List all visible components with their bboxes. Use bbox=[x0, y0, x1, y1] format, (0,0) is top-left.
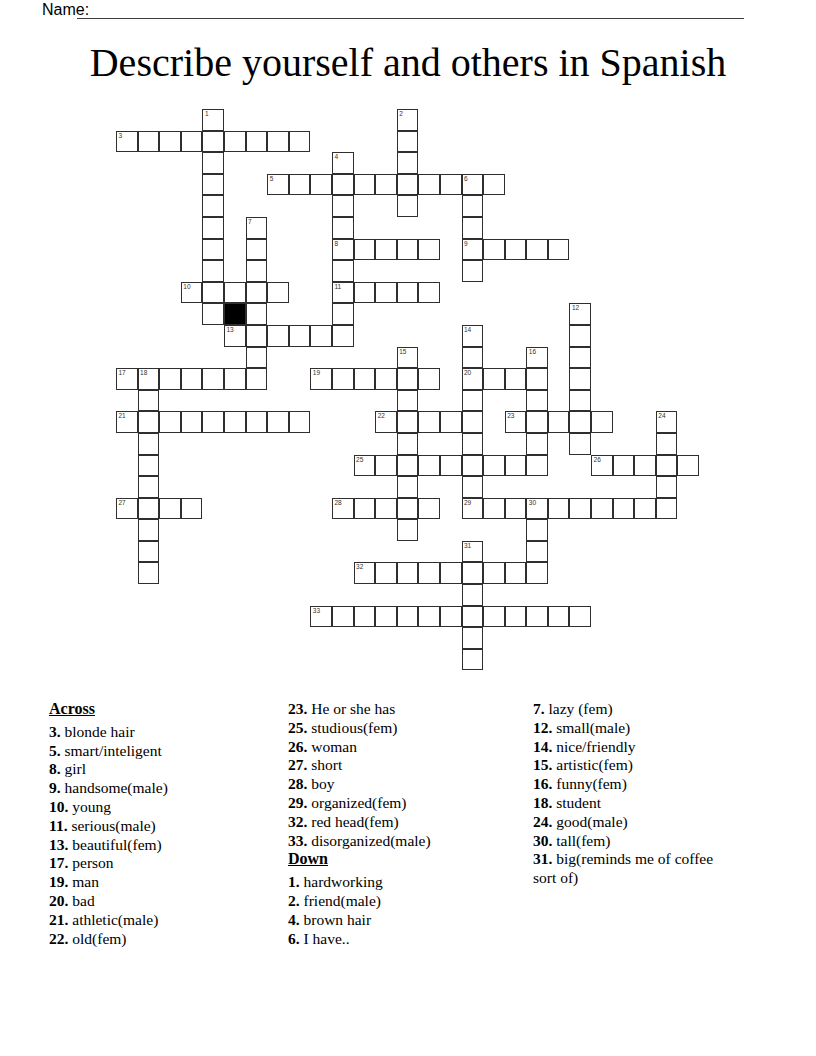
grid-cell[interactable] bbox=[483, 498, 505, 520]
grid-cell[interactable]: 11 bbox=[332, 282, 354, 304]
cell-number: 6 bbox=[464, 175, 468, 183]
grid-cell[interactable] bbox=[354, 174, 376, 196]
grid-cell[interactable]: 31 bbox=[462, 541, 484, 563]
clue-text: I have.. bbox=[300, 930, 350, 947]
grid-cell[interactable] bbox=[397, 174, 419, 196]
grid-cell[interactable] bbox=[202, 239, 224, 261]
clue-text: funny(fem) bbox=[552, 775, 626, 792]
grid-cell[interactable] bbox=[202, 303, 224, 325]
clue-item: 20. bad bbox=[49, 892, 279, 911]
cell-number: 1 bbox=[205, 110, 209, 118]
clue-text: artistic(fem) bbox=[552, 756, 632, 773]
clue-text: brown hair bbox=[300, 911, 371, 928]
clue-number: 7. bbox=[533, 700, 545, 717]
cell-number: 26 bbox=[594, 456, 601, 464]
clue-text: hardworking bbox=[300, 873, 383, 890]
grid-cell[interactable] bbox=[505, 368, 527, 390]
grid-cell[interactable] bbox=[483, 606, 505, 628]
clue-text: short bbox=[307, 756, 342, 773]
grid-cell[interactable] bbox=[332, 174, 354, 196]
clue-text: person bbox=[68, 854, 113, 871]
grid-cell[interactable] bbox=[634, 498, 656, 520]
clue-column-3: 7. lazy (fem)12. small(male)14. nice/fri… bbox=[533, 700, 738, 888]
grid-cell[interactable] bbox=[138, 455, 160, 477]
grid-cell[interactable] bbox=[375, 498, 397, 520]
cell-number: 23 bbox=[507, 412, 514, 420]
grid-cell[interactable] bbox=[656, 498, 678, 520]
grid-cell[interactable] bbox=[202, 282, 224, 304]
clue-item: 25. studious(fem) bbox=[288, 719, 526, 738]
clue-number: 17. bbox=[49, 854, 68, 871]
grid-cell[interactable]: 28 bbox=[332, 498, 354, 520]
grid-cell[interactable] bbox=[505, 239, 527, 261]
clue-item: 3. blonde hair bbox=[49, 723, 279, 742]
grid-cell[interactable] bbox=[634, 455, 656, 477]
grid-cell[interactable] bbox=[418, 239, 440, 261]
clue-text: nice/friendly bbox=[552, 738, 635, 755]
grid-cell[interactable] bbox=[289, 325, 311, 347]
grid-cell[interactable] bbox=[224, 411, 246, 433]
grid-cell[interactable] bbox=[202, 174, 224, 196]
grid-cell[interactable] bbox=[656, 455, 678, 477]
grid-cell[interactable] bbox=[332, 368, 354, 390]
grid-cell[interactable] bbox=[569, 325, 591, 347]
grid-cell[interactable]: 7 bbox=[246, 217, 268, 239]
grid-cell[interactable]: 26 bbox=[591, 455, 613, 477]
grid-cell[interactable] bbox=[418, 282, 440, 304]
clue-number: 11. bbox=[49, 817, 68, 834]
grid-cell[interactable]: 13 bbox=[224, 325, 246, 347]
grid-cell[interactable] bbox=[310, 325, 332, 347]
grid-cell[interactable] bbox=[397, 519, 419, 541]
grid-cell[interactable] bbox=[246, 282, 268, 304]
grid-cell[interactable] bbox=[159, 498, 181, 520]
cell-number: 19 bbox=[313, 369, 320, 377]
grid-cell[interactable] bbox=[462, 455, 484, 477]
grid-cell[interactable] bbox=[354, 368, 376, 390]
grid-cell[interactable] bbox=[332, 303, 354, 325]
clue-number: 3. bbox=[49, 723, 61, 740]
grid-cell[interactable]: 4 bbox=[332, 152, 354, 174]
grid-cell[interactable]: 1 bbox=[202, 109, 224, 131]
grid-cell[interactable] bbox=[181, 498, 203, 520]
grid-cell[interactable] bbox=[526, 390, 548, 412]
grid-cell[interactable] bbox=[505, 562, 527, 584]
grid-cell[interactable] bbox=[375, 455, 397, 477]
grid-cell[interactable] bbox=[375, 562, 397, 584]
grid-cell[interactable] bbox=[246, 411, 268, 433]
clue-text: serious(male) bbox=[68, 817, 156, 834]
clue-column-2: 23. He or she has25. studious(fem)26. wo… bbox=[288, 700, 526, 948]
grid-cell[interactable]: 33 bbox=[310, 606, 332, 628]
grid-cell[interactable] bbox=[375, 239, 397, 261]
grid-cell[interactable] bbox=[440, 455, 462, 477]
clue-item: 15. artistic(fem) bbox=[533, 756, 738, 775]
grid-cell[interactable] bbox=[181, 368, 203, 390]
grid-cell[interactable] bbox=[224, 282, 246, 304]
grid-cell[interactable] bbox=[462, 627, 484, 649]
grid-cell[interactable] bbox=[505, 498, 527, 520]
clue-number: 1. bbox=[288, 873, 300, 890]
grid-cell[interactable] bbox=[138, 411, 160, 433]
clue-text: good(male) bbox=[552, 813, 627, 830]
grid-cell[interactable] bbox=[202, 195, 224, 217]
grid-cell[interactable] bbox=[418, 174, 440, 196]
grid-cell[interactable] bbox=[267, 282, 289, 304]
clue-number: 31. bbox=[533, 850, 552, 867]
grid-cell[interactable] bbox=[462, 649, 484, 671]
clue-text: big(reminds me of coffee sort of) bbox=[533, 850, 713, 886]
grid-cell[interactable] bbox=[246, 260, 268, 282]
grid-cell[interactable]: 20 bbox=[462, 368, 484, 390]
grid-cell[interactable]: 14 bbox=[462, 325, 484, 347]
grid-cell[interactable] bbox=[526, 368, 548, 390]
grid-cell[interactable]: 6 bbox=[462, 174, 484, 196]
grid-cell[interactable] bbox=[462, 433, 484, 455]
grid-cell[interactable] bbox=[526, 606, 548, 628]
grid-cell[interactable] bbox=[246, 303, 268, 325]
clue-text: bad bbox=[68, 892, 94, 909]
grid-cell[interactable] bbox=[397, 433, 419, 455]
cell-number: 29 bbox=[464, 499, 471, 507]
grid-cell[interactable]: 9 bbox=[462, 239, 484, 261]
grid-cell[interactable] bbox=[159, 368, 181, 390]
grid-cell[interactable] bbox=[440, 606, 462, 628]
cell-number: 31 bbox=[464, 542, 471, 550]
clue-text: handsome(male) bbox=[61, 779, 168, 796]
grid-cell[interactable] bbox=[526, 433, 548, 455]
grid-cell[interactable] bbox=[483, 562, 505, 584]
grid-cell[interactable] bbox=[462, 411, 484, 433]
grid-cell[interactable] bbox=[483, 368, 505, 390]
grid-cell[interactable] bbox=[526, 541, 548, 563]
grid-cell[interactable]: 5 bbox=[267, 174, 289, 196]
clue-item: 10. young bbox=[49, 798, 279, 817]
grid-cell[interactable] bbox=[526, 455, 548, 477]
grid-cell[interactable] bbox=[591, 498, 613, 520]
clue-text: beautiful(fem) bbox=[68, 836, 161, 853]
grid-cell[interactable] bbox=[526, 519, 548, 541]
cell-number: 25 bbox=[356, 456, 363, 464]
grid-cell[interactable] bbox=[246, 239, 268, 261]
cell-number: 21 bbox=[119, 412, 126, 420]
black-cell bbox=[224, 303, 246, 325]
clue-text: man bbox=[68, 873, 99, 890]
worksheet-page: Name: Describe yourself and others in Sp… bbox=[0, 0, 816, 1056]
grid-cell[interactable] bbox=[138, 541, 160, 563]
cell-number: 9 bbox=[464, 240, 468, 248]
clue-text: tall(fem) bbox=[552, 832, 610, 849]
grid-cell[interactable] bbox=[332, 325, 354, 347]
grid-cell[interactable] bbox=[224, 368, 246, 390]
grid-cell[interactable] bbox=[418, 498, 440, 520]
grid-cell[interactable] bbox=[656, 433, 678, 455]
grid-cell[interactable] bbox=[354, 282, 376, 304]
grid-cell[interactable] bbox=[569, 368, 591, 390]
grid-cell[interactable] bbox=[138, 390, 160, 412]
grid-cell[interactable] bbox=[246, 325, 268, 347]
grid-cell[interactable] bbox=[397, 390, 419, 412]
puzzle-title: Describe yourself and others in Spanish bbox=[0, 42, 816, 84]
clue-number: 23. bbox=[288, 700, 307, 717]
grid-cell[interactable] bbox=[202, 260, 224, 282]
grid-cell[interactable]: 10 bbox=[181, 282, 203, 304]
clue-text: studious(fem) bbox=[307, 719, 397, 736]
grid-cell[interactable] bbox=[354, 239, 376, 261]
grid-cell[interactable] bbox=[138, 519, 160, 541]
grid-cell[interactable] bbox=[613, 498, 635, 520]
grid-cell[interactable] bbox=[181, 131, 203, 153]
clue-item: 23. He or she has bbox=[288, 700, 526, 719]
clue-item: 28. boy bbox=[288, 775, 526, 794]
grid-cell[interactable]: 3 bbox=[116, 131, 138, 153]
clue-item: 22. old(fem) bbox=[49, 930, 279, 949]
grid-cell[interactable] bbox=[397, 131, 419, 153]
grid-cell[interactable] bbox=[246, 347, 268, 369]
grid-cell[interactable] bbox=[267, 411, 289, 433]
grid-cell[interactable] bbox=[181, 411, 203, 433]
grid-cell[interactable] bbox=[418, 562, 440, 584]
grid-cell[interactable] bbox=[397, 152, 419, 174]
grid-cell[interactable]: 12 bbox=[569, 303, 591, 325]
grid-cell[interactable] bbox=[397, 239, 419, 261]
grid-cell[interactable] bbox=[138, 131, 160, 153]
grid-cell[interactable] bbox=[440, 411, 462, 433]
grid-cell[interactable] bbox=[462, 476, 484, 498]
grid-cell[interactable] bbox=[332, 195, 354, 217]
grid-cell[interactable] bbox=[397, 282, 419, 304]
cell-number: 10 bbox=[183, 283, 190, 291]
cell-number: 33 bbox=[313, 607, 320, 615]
grid-cell[interactable] bbox=[138, 562, 160, 584]
cell-number: 4 bbox=[334, 153, 338, 161]
clue-item: 26. woman bbox=[288, 738, 526, 757]
grid-cell[interactable] bbox=[656, 476, 678, 498]
grid-cell[interactable] bbox=[138, 498, 160, 520]
grid-cell[interactable] bbox=[483, 455, 505, 477]
clue-number: 8. bbox=[49, 760, 61, 777]
grid-cell[interactable]: 24 bbox=[656, 411, 678, 433]
grid-cell[interactable] bbox=[397, 368, 419, 390]
grid-cell[interactable] bbox=[677, 455, 699, 477]
clue-text: woman bbox=[307, 738, 357, 755]
grid-cell[interactable] bbox=[332, 217, 354, 239]
clue-text: young bbox=[68, 798, 111, 815]
grid-cell[interactable] bbox=[548, 498, 570, 520]
clue-text: organized(fem) bbox=[307, 794, 406, 811]
grid-cell[interactable]: 2 bbox=[397, 109, 419, 131]
grid-cell[interactable] bbox=[202, 152, 224, 174]
grid-cell[interactable] bbox=[418, 606, 440, 628]
grid-cell[interactable] bbox=[202, 368, 224, 390]
grid-cell[interactable] bbox=[202, 131, 224, 153]
grid-cell[interactable] bbox=[289, 174, 311, 196]
grid-cell[interactable] bbox=[569, 390, 591, 412]
cell-number: 16 bbox=[529, 348, 536, 356]
clue-number: 29. bbox=[288, 794, 307, 811]
grid-cell[interactable]: 22 bbox=[375, 411, 397, 433]
grid-cell[interactable] bbox=[289, 411, 311, 433]
grid-cell[interactable] bbox=[138, 476, 160, 498]
clue-text: friend(male) bbox=[300, 892, 381, 909]
clue-text: lazy (fem) bbox=[545, 700, 613, 717]
grid-cell[interactable] bbox=[397, 476, 419, 498]
clue-number: 15. bbox=[533, 756, 552, 773]
cell-number: 22 bbox=[378, 412, 385, 420]
grid-cell[interactable] bbox=[397, 562, 419, 584]
grid-cell[interactable] bbox=[310, 174, 332, 196]
grid-cell[interactable]: 30 bbox=[526, 498, 548, 520]
grid-cell[interactable] bbox=[462, 390, 484, 412]
grid-cell[interactable] bbox=[569, 411, 591, 433]
grid-cell[interactable] bbox=[613, 455, 635, 477]
grid-cell[interactable] bbox=[375, 174, 397, 196]
clue-number: 2. bbox=[288, 892, 300, 909]
grid-cell[interactable] bbox=[462, 217, 484, 239]
grid-cell[interactable] bbox=[548, 411, 570, 433]
grid-cell[interactable] bbox=[397, 606, 419, 628]
clue-text: small(male) bbox=[552, 719, 630, 736]
clue-item: 21. athletic(male) bbox=[49, 911, 279, 930]
grid-cell[interactable] bbox=[548, 606, 570, 628]
grid-cell[interactable] bbox=[267, 131, 289, 153]
clue-number: 33. bbox=[288, 832, 307, 849]
grid-cell[interactable] bbox=[462, 562, 484, 584]
cell-number: 17 bbox=[119, 369, 126, 377]
cell-number: 24 bbox=[658, 412, 665, 420]
grid-cell[interactable]: 17 bbox=[116, 368, 138, 390]
grid-cell[interactable]: 18 bbox=[138, 368, 160, 390]
cell-number: 5 bbox=[270, 175, 274, 183]
clue-item: 33. disorganized(male) bbox=[288, 832, 526, 851]
clue-item: 5. smart/inteligent bbox=[49, 742, 279, 761]
grid-cell[interactable] bbox=[375, 606, 397, 628]
grid-cell[interactable] bbox=[202, 217, 224, 239]
grid-cell[interactable] bbox=[418, 368, 440, 390]
grid-cell[interactable] bbox=[397, 411, 419, 433]
grid-cell[interactable] bbox=[483, 239, 505, 261]
grid-cell[interactable] bbox=[224, 131, 246, 153]
clue-item: 29. organized(fem) bbox=[288, 794, 526, 813]
clue-text: boy bbox=[307, 775, 334, 792]
grid-cell[interactable] bbox=[246, 368, 268, 390]
clue-item: 6. I have.. bbox=[288, 930, 526, 949]
clue-item: 30. tall(fem) bbox=[533, 832, 738, 851]
grid-cell[interactable] bbox=[462, 606, 484, 628]
grid-cell[interactable] bbox=[246, 131, 268, 153]
grid-cell[interactable] bbox=[418, 455, 440, 477]
grid-cell[interactable] bbox=[569, 433, 591, 455]
grid-cell[interactable] bbox=[440, 562, 462, 584]
grid-cell[interactable]: 21 bbox=[116, 411, 138, 433]
cell-number: 12 bbox=[572, 304, 579, 312]
grid-cell[interactable]: 32 bbox=[354, 562, 376, 584]
grid-cell[interactable] bbox=[462, 195, 484, 217]
clue-number: 19. bbox=[49, 873, 68, 890]
cell-number: 15 bbox=[399, 348, 406, 356]
grid-cell[interactable] bbox=[569, 498, 591, 520]
grid-cell[interactable]: 15 bbox=[397, 347, 419, 369]
grid-cell[interactable] bbox=[159, 411, 181, 433]
grid-cell[interactable] bbox=[375, 282, 397, 304]
down-header: Down bbox=[288, 850, 526, 869]
cell-number: 11 bbox=[334, 283, 341, 291]
across-header: Across bbox=[49, 700, 279, 719]
grid-cell[interactable] bbox=[267, 325, 289, 347]
grid-cell[interactable] bbox=[505, 606, 527, 628]
grid-cell[interactable] bbox=[397, 195, 419, 217]
grid-cell[interactable] bbox=[483, 174, 505, 196]
grid-cell[interactable]: 27 bbox=[116, 498, 138, 520]
grid-cell[interactable]: 19 bbox=[310, 368, 332, 390]
clue-text: He or she has bbox=[307, 700, 395, 717]
cell-number: 7 bbox=[248, 218, 252, 226]
grid-cell[interactable] bbox=[375, 368, 397, 390]
clue-item: 7. lazy (fem) bbox=[533, 700, 738, 719]
grid-cell[interactable] bbox=[202, 411, 224, 433]
clue-number: 26. bbox=[288, 738, 307, 755]
grid-cell[interactable] bbox=[397, 498, 419, 520]
grid-cell[interactable] bbox=[569, 347, 591, 369]
clue-number: 28. bbox=[288, 775, 307, 792]
grid-cell[interactable] bbox=[462, 584, 484, 606]
grid-cell[interactable] bbox=[569, 606, 591, 628]
grid-cell[interactable]: 16 bbox=[526, 347, 548, 369]
grid-cell[interactable] bbox=[526, 239, 548, 261]
grid-cell[interactable] bbox=[462, 260, 484, 282]
grid-cell[interactable] bbox=[397, 455, 419, 477]
clue-number: 16. bbox=[533, 775, 552, 792]
grid-cell[interactable]: 23 bbox=[505, 411, 527, 433]
grid-cell[interactable]: 25 bbox=[354, 455, 376, 477]
grid-cell[interactable] bbox=[462, 347, 484, 369]
grid-cell[interactable] bbox=[591, 411, 613, 433]
grid-cell[interactable] bbox=[526, 562, 548, 584]
grid-cell[interactable]: 8 bbox=[332, 239, 354, 261]
clue-item: 17. person bbox=[49, 854, 279, 873]
grid-cell[interactable] bbox=[159, 131, 181, 153]
clue-number: 21. bbox=[49, 911, 68, 928]
grid-cell[interactable] bbox=[354, 498, 376, 520]
crossword-grid: 1234567891011121314151617181920212223242… bbox=[116, 109, 699, 670]
clue-item: 13. beautiful(fem) bbox=[49, 836, 279, 855]
grid-cell[interactable]: 29 bbox=[462, 498, 484, 520]
grid-cell[interactable] bbox=[332, 260, 354, 282]
grid-cell[interactable] bbox=[332, 606, 354, 628]
grid-cell[interactable] bbox=[548, 239, 570, 261]
cell-number: 27 bbox=[119, 499, 126, 507]
clue-item: 24. good(male) bbox=[533, 813, 738, 832]
clue-item: 4. brown hair bbox=[288, 911, 526, 930]
grid-cell[interactable] bbox=[418, 411, 440, 433]
clue-number: 32. bbox=[288, 813, 307, 830]
cell-number: 14 bbox=[464, 326, 471, 334]
clue-text: athletic(male) bbox=[68, 911, 158, 928]
clue-number: 20. bbox=[49, 892, 68, 909]
name-blank-line bbox=[77, 3, 744, 19]
grid-cell[interactable] bbox=[440, 174, 462, 196]
grid-cell[interactable] bbox=[354, 606, 376, 628]
grid-cell[interactable] bbox=[138, 433, 160, 455]
clue-item: 8. girl bbox=[49, 760, 279, 779]
clue-number: 13. bbox=[49, 836, 68, 853]
clue-number: 22. bbox=[49, 930, 68, 947]
clue-number: 18. bbox=[533, 794, 552, 811]
grid-cell[interactable] bbox=[526, 411, 548, 433]
grid-cell[interactable] bbox=[289, 131, 311, 153]
clue-number: 14. bbox=[533, 738, 552, 755]
grid-cell[interactable] bbox=[505, 455, 527, 477]
